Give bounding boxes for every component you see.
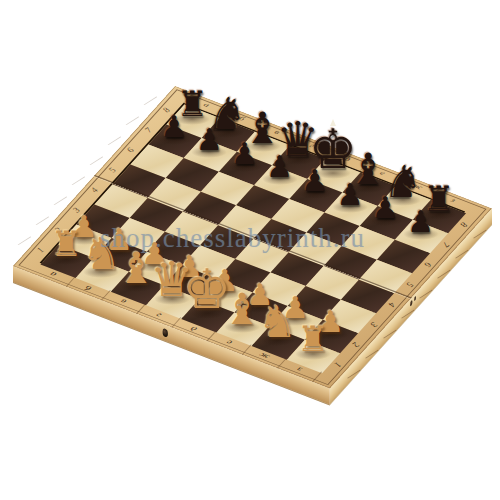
board-frame: ааббввггддеежжзз1122334455667788 xyxy=(13,86,492,388)
box-latch xyxy=(163,328,168,338)
hinge-pin xyxy=(410,300,412,308)
chess-board xyxy=(40,103,466,372)
black-king-white-finial xyxy=(330,119,336,126)
chess-set-photo: ааббввггддеежжзз1122334455667788 ♜♞♝♛♚♝♞… xyxy=(0,0,500,500)
